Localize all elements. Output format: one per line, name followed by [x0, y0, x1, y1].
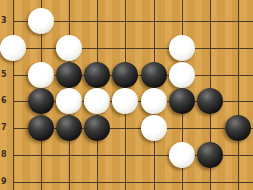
- black-stone: [141, 62, 167, 88]
- white-stone: [169, 62, 195, 88]
- black-stone: [197, 142, 223, 168]
- grid-line-horizontal: [13, 48, 253, 49]
- grid-line-horizontal: [13, 182, 253, 183]
- row-label-5: 5: [1, 71, 11, 79]
- row-label-6: 6: [1, 97, 11, 105]
- row-label-9: 9: [1, 178, 11, 186]
- white-stone: [141, 88, 167, 114]
- white-stone: [84, 88, 110, 114]
- grid-line-vertical: [238, 0, 239, 190]
- white-stone: [112, 88, 138, 114]
- row-label-3: 3: [1, 17, 11, 25]
- black-stone: [197, 88, 223, 114]
- white-stone: [141, 115, 167, 141]
- white-stone: [0, 35, 26, 61]
- black-stone: [84, 115, 110, 141]
- black-stone: [28, 88, 54, 114]
- black-stone: [169, 88, 195, 114]
- go-board[interactable]: 3456789: [0, 0, 253, 190]
- white-stone: [28, 8, 54, 34]
- white-stone: [56, 35, 82, 61]
- black-stone: [84, 62, 110, 88]
- black-stone: [225, 115, 251, 141]
- black-stone: [112, 62, 138, 88]
- white-stone: [56, 88, 82, 114]
- black-stone: [56, 62, 82, 88]
- white-stone: [28, 62, 54, 88]
- black-stone: [56, 115, 82, 141]
- grid-line-vertical: [13, 0, 14, 190]
- white-stone: [169, 142, 195, 168]
- white-stone: [169, 35, 195, 61]
- row-label-8: 8: [1, 151, 11, 159]
- row-label-7: 7: [1, 124, 11, 132]
- black-stone: [28, 115, 54, 141]
